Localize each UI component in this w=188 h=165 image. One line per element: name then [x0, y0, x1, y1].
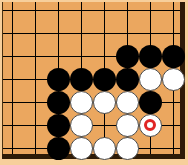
black-stone [116, 45, 139, 68]
white-stone [70, 114, 93, 137]
white-stone [139, 114, 162, 137]
white-stone [116, 114, 139, 137]
black-stone [162, 45, 185, 68]
black-stone [47, 114, 70, 137]
black-stone [47, 137, 70, 160]
black-stone [139, 91, 162, 114]
white-stone [139, 68, 162, 91]
white-stone [116, 91, 139, 114]
grid-line-horizontal [3, 10, 180, 11]
white-stone [116, 137, 139, 160]
grid-line-vertical [12, 2, 13, 154]
go-board-diagram [0, 0, 188, 165]
black-stone [47, 91, 70, 114]
go-board-surface[interactable] [3, 2, 180, 154]
red-circle-marker [144, 119, 156, 131]
white-stone [162, 68, 185, 91]
black-stone [116, 68, 139, 91]
grid-line-horizontal [3, 33, 180, 34]
black-stone [70, 68, 93, 91]
white-stone [70, 91, 93, 114]
white-stone [70, 137, 93, 160]
grid-line-vertical [35, 2, 36, 154]
white-stone [93, 91, 116, 114]
black-stone [139, 45, 162, 68]
black-stone [93, 68, 116, 91]
black-stone [47, 68, 70, 91]
board-shadow-bottom [2, 154, 185, 159]
white-stone [93, 137, 116, 160]
